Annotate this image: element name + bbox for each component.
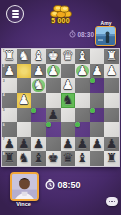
piece-wP: ♟: [77, 65, 88, 78]
player-avatar-image: [12, 174, 37, 199]
square-e4[interactable]: [46, 93, 61, 108]
piece-bR: ♜: [4, 152, 15, 165]
square-b2[interactable]: ♟: [90, 64, 105, 79]
square-c6[interactable]: [75, 122, 80, 127]
square-e3[interactable]: [46, 78, 61, 93]
rank-label: 5: [3, 108, 5, 112]
rank-label: 6: [3, 123, 5, 127]
square-a4[interactable]: [104, 93, 119, 108]
square-c7[interactable]: ♟: [75, 137, 90, 152]
square-a3[interactable]: [104, 78, 119, 93]
piece-bP: ♟: [4, 138, 15, 151]
gold-coins-icon: [48, 3, 74, 18]
piece-bB: ♝: [33, 152, 44, 165]
square-f8[interactable]: ♝: [31, 151, 46, 166]
piece-bP: ♟: [77, 138, 88, 151]
square-a5[interactable]: [104, 108, 119, 123]
piece-wN: ♞: [33, 79, 44, 92]
piece-bP: ♟: [48, 109, 59, 122]
square-g7[interactable]: ♟: [17, 137, 32, 152]
piece-wP: ♟: [62, 79, 73, 92]
square-e1[interactable]: ♚: [46, 49, 61, 64]
square-a7[interactable]: ♟: [104, 137, 119, 152]
chess-board: 1♜♞♝♚♛♝♜2♟♟♟♟♟♟3♞♟4♟♞5♟67♟♟♟♟♟♟♟8♜♞♝♚♛♝♜: [2, 49, 119, 166]
coin-amount: 5 000: [51, 17, 70, 24]
square-d3[interactable]: ♟: [61, 78, 76, 93]
square-b1[interactable]: [90, 49, 105, 64]
move-hint-dot: [90, 108, 95, 113]
square-a8[interactable]: ♜: [104, 151, 119, 166]
piece-bN: ♞: [62, 94, 73, 107]
piece-wP: ♟: [18, 94, 29, 107]
opponent-avatar-image: [96, 27, 115, 45]
opponent-timer: 08:30: [69, 30, 94, 38]
square-b4[interactable]: [90, 93, 105, 108]
piece-bB: ♝: [77, 152, 88, 165]
piece-bQ: ♛: [62, 152, 73, 165]
clock-icon: [45, 179, 55, 190]
piece-wQ: ♛: [62, 50, 73, 63]
opponent-avatar[interactable]: [95, 26, 116, 46]
piece-bP: ♟: [33, 138, 44, 151]
square-d5[interactable]: [61, 108, 76, 123]
piece-wR: ♜: [4, 50, 15, 63]
move-hint-dot: [90, 78, 95, 83]
piece-wP: ♟: [106, 65, 117, 78]
piece-wP: ♟: [33, 65, 44, 78]
piece-wB: ♝: [77, 50, 88, 63]
rank-label: 3: [3, 79, 5, 83]
player-avatar[interactable]: [10, 172, 39, 201]
square-h1[interactable]: 1♜: [2, 49, 17, 64]
square-c2[interactable]: ♟: [75, 64, 90, 79]
square-a6[interactable]: [104, 122, 119, 137]
square-e2[interactable]: ♟: [46, 64, 61, 79]
square-c4[interactable]: [75, 93, 90, 108]
rank-label: 1: [3, 49, 5, 53]
square-h7[interactable]: 7♟: [2, 137, 17, 152]
square-c8[interactable]: ♝: [75, 151, 90, 166]
square-f2[interactable]: ♟: [31, 64, 46, 79]
piece-bP: ♟: [106, 138, 117, 151]
square-f3[interactable]: ♞: [31, 78, 46, 93]
move-hint-dot: [31, 108, 36, 113]
square-h2[interactable]: 2♟: [2, 64, 17, 79]
square-g2[interactable]: [17, 64, 32, 79]
piece-wR: ♜: [106, 50, 117, 63]
square-f5[interactable]: [31, 108, 36, 113]
rank-label: 7: [3, 137, 5, 141]
square-c1[interactable]: ♝: [75, 49, 90, 64]
piece-wN: ♞: [18, 50, 29, 63]
square-d6[interactable]: [61, 122, 76, 137]
square-d4[interactable]: ♞: [61, 93, 76, 108]
square-g6[interactable]: [17, 122, 32, 137]
piece-bP: ♟: [62, 138, 73, 151]
square-f1[interactable]: ♝: [31, 49, 46, 64]
square-g5[interactable]: [17, 108, 32, 123]
piece-bR: ♜: [106, 152, 117, 165]
chat-button[interactable]: [106, 197, 118, 206]
square-b3[interactable]: [90, 78, 95, 83]
square-b8[interactable]: [90, 151, 105, 166]
square-f4[interactable]: [31, 93, 46, 108]
piece-wK: ♚: [48, 50, 59, 63]
square-e7[interactable]: [46, 137, 61, 152]
square-b5[interactable]: [90, 108, 95, 113]
piece-bP: ♟: [18, 138, 29, 151]
square-h5[interactable]: 5: [2, 108, 17, 123]
player-timer-value: 08:50: [58, 180, 81, 190]
rank-label: 4: [3, 93, 5, 97]
square-g3[interactable]: [17, 78, 32, 93]
square-f6[interactable]: [31, 122, 46, 137]
square-f7[interactable]: ♟: [31, 137, 46, 152]
square-h3[interactable]: 3: [2, 78, 17, 93]
move-hint-dot: [46, 122, 51, 127]
square-d2[interactable]: [61, 64, 76, 79]
square-c3[interactable]: [75, 78, 90, 93]
square-d1[interactable]: ♛: [61, 49, 76, 64]
chess-match-screen: 5 000 Amy 08:30 1♜♞♝♚♛♝♜2♟♟♟♟♟♟3♞♟4♟♞5♟6…: [0, 0, 121, 215]
square-a2[interactable]: ♟: [104, 64, 119, 79]
square-h8[interactable]: 8♜: [2, 151, 17, 166]
piece-bN: ♞: [18, 152, 29, 165]
clock-icon: [69, 30, 76, 38]
piece-wB: ♝: [33, 50, 44, 63]
rank-label: 8: [3, 152, 5, 156]
piece-bP: ♟: [91, 138, 102, 151]
opponent-timer-value: 08:30: [77, 31, 94, 38]
rank-label: 2: [3, 64, 5, 68]
piece-wP: ♟: [48, 65, 59, 78]
square-d7[interactable]: ♟: [61, 137, 76, 152]
square-c5[interactable]: [75, 108, 90, 123]
square-g4[interactable]: ♟: [17, 93, 32, 108]
square-g1[interactable]: ♞: [17, 49, 32, 64]
piece-bK: ♚: [48, 152, 59, 165]
piece-wP: ♟: [4, 65, 15, 78]
square-h6[interactable]: 6: [2, 122, 17, 137]
square-e6[interactable]: [46, 122, 51, 127]
square-h4[interactable]: 4: [2, 93, 17, 108]
square-e8[interactable]: ♚: [46, 151, 61, 166]
square-e5[interactable]: ♟: [46, 108, 61, 123]
square-d8[interactable]: ♛: [61, 151, 76, 166]
player-name: Vince: [8, 201, 39, 207]
move-hint-dot: [75, 122, 80, 127]
square-a1[interactable]: ♜: [104, 49, 119, 64]
square-g8[interactable]: ♞: [17, 151, 32, 166]
player-timer: 08:50: [45, 179, 81, 190]
square-b6[interactable]: [90, 122, 105, 137]
square-b7[interactable]: ♟: [90, 137, 105, 152]
piece-wP: ♟: [91, 65, 102, 78]
